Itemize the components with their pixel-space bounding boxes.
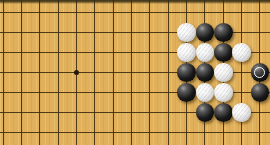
white-stone-glyph: ○: [196, 43, 215, 62]
white-stone-glyph: ○: [196, 83, 215, 102]
white-stone[interactable]: ○: [232, 103, 251, 122]
white-stone[interactable]: ○: [177, 43, 196, 62]
grid-line-horizontal: [0, 12, 270, 13]
black-stone[interactable]: ●: [214, 43, 233, 62]
white-stone[interactable]: ○: [232, 43, 251, 62]
white-stone-glyph: ○: [214, 63, 233, 82]
white-stone[interactable]: ○: [214, 83, 233, 102]
black-stone[interactable]: ●: [214, 23, 233, 42]
black-stone-glyph: ●: [177, 83, 196, 102]
white-stone-glyph: ○: [177, 43, 196, 62]
black-stone[interactable]: ●: [196, 23, 215, 42]
black-stone[interactable]: ●: [196, 63, 215, 82]
grid-line-horizontal: [0, 132, 270, 133]
white-stone-glyph: ○: [214, 83, 233, 102]
go-board[interactable]: ○●●○○●○●●○●●○○●●●○: [0, 0, 270, 145]
white-stone-glyph: ○: [232, 43, 251, 62]
white-stone[interactable]: ○: [196, 83, 215, 102]
black-stone-glyph: ●: [196, 23, 215, 42]
black-stone[interactable]: ●: [251, 83, 270, 102]
board-top-edge-shadow: [0, 0, 270, 4]
black-stone-glyph: ●: [251, 83, 270, 102]
white-stone[interactable]: ○: [177, 23, 196, 42]
black-stone-glyph: ●: [196, 63, 215, 82]
black-stone-glyph: ●: [196, 103, 215, 122]
black-stone[interactable]: ●: [177, 63, 196, 82]
black-stone-glyph: ●: [177, 63, 196, 82]
white-stone[interactable]: ○: [214, 63, 233, 82]
black-stone[interactable]: ●: [177, 83, 196, 102]
black-stone[interactable]: ●: [214, 103, 233, 122]
black-stone-glyph: ●: [214, 43, 233, 62]
black-stone[interactable]: ●: [196, 103, 215, 122]
black-stone-glyph: ●: [214, 23, 233, 42]
black-stone[interactable]: ●: [251, 63, 270, 82]
white-stone-glyph: ○: [177, 23, 196, 42]
white-stone-glyph: ○: [232, 103, 251, 122]
black-stone-glyph: ●: [214, 103, 233, 122]
white-stone[interactable]: ○: [196, 43, 215, 62]
